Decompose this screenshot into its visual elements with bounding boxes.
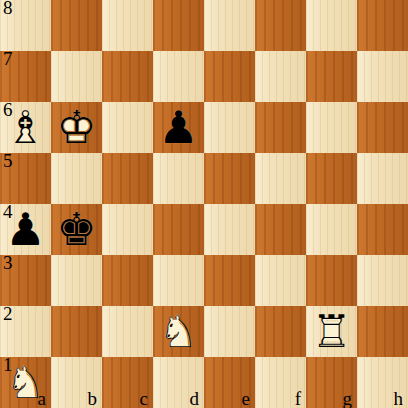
square-h3[interactable] (357, 255, 408, 306)
square-f5[interactable] (255, 153, 306, 204)
black-king-icon[interactable]: ♚ (51, 204, 102, 255)
square-b8[interactable] (51, 0, 102, 51)
black-pawn-icon[interactable]: ♟ (153, 102, 204, 153)
square-g5[interactable] (306, 153, 357, 204)
square-h1[interactable]: h (357, 357, 408, 408)
square-f3[interactable] (255, 255, 306, 306)
file-label-f: f (295, 388, 301, 408)
square-d6[interactable]: ♟ (153, 102, 204, 153)
square-h5[interactable] (357, 153, 408, 204)
square-f4[interactable] (255, 204, 306, 255)
file-label-h: h (394, 388, 404, 408)
file-label-e: e (242, 388, 250, 408)
square-a2[interactable]: 2 (0, 306, 51, 357)
piece-outline-glyph: ♗ (0, 102, 51, 153)
square-c3[interactable] (102, 255, 153, 306)
square-d8[interactable] (153, 0, 204, 51)
square-e6[interactable] (204, 102, 255, 153)
square-g1[interactable]: g (306, 357, 357, 408)
square-c2[interactable] (102, 306, 153, 357)
square-g3[interactable] (306, 255, 357, 306)
square-g4[interactable] (306, 204, 357, 255)
square-c8[interactable] (102, 0, 153, 51)
white-knight-icon[interactable]: ♞♘ (153, 306, 204, 357)
file-label-b: b (88, 388, 98, 408)
square-f1[interactable]: f (255, 357, 306, 408)
piece-glyph: ♚ (51, 204, 102, 255)
square-a3[interactable]: 3 (0, 255, 51, 306)
square-d1[interactable]: d (153, 357, 204, 408)
square-h2[interactable] (357, 306, 408, 357)
square-f6[interactable] (255, 102, 306, 153)
square-a5[interactable]: 5 (0, 153, 51, 204)
square-b5[interactable] (51, 153, 102, 204)
piece-outline-glyph: ♘ (153, 306, 204, 357)
square-b7[interactable] (51, 51, 102, 102)
square-e3[interactable] (204, 255, 255, 306)
square-b6[interactable]: ♚♔ (51, 102, 102, 153)
file-label-g: g (343, 388, 353, 408)
square-g6[interactable] (306, 102, 357, 153)
square-h8[interactable] (357, 0, 408, 51)
square-c6[interactable] (102, 102, 153, 153)
square-d2[interactable]: ♞♘ (153, 306, 204, 357)
square-a1[interactable]: 1a♞♘ (0, 357, 51, 408)
square-g7[interactable] (306, 51, 357, 102)
square-d5[interactable] (153, 153, 204, 204)
square-a8[interactable]: 8 (0, 0, 51, 51)
square-d4[interactable] (153, 204, 204, 255)
white-rook-icon[interactable]: ♜♖ (306, 306, 357, 357)
file-label-d: d (190, 388, 200, 408)
square-f7[interactable] (255, 51, 306, 102)
square-a7[interactable]: 7 (0, 51, 51, 102)
square-g8[interactable] (306, 0, 357, 51)
square-d3[interactable] (153, 255, 204, 306)
square-e7[interactable] (204, 51, 255, 102)
square-h4[interactable] (357, 204, 408, 255)
white-king-icon[interactable]: ♚♔ (51, 102, 102, 153)
piece-outline-glyph: ♔ (51, 102, 102, 153)
white-bishop-icon[interactable]: ♝♗ (0, 102, 51, 153)
rank-label-2: 2 (3, 303, 13, 325)
square-d7[interactable] (153, 51, 204, 102)
black-pawn-icon[interactable]: ♟ (0, 204, 51, 255)
rank-label-8: 8 (3, 0, 13, 19)
square-c7[interactable] (102, 51, 153, 102)
square-c5[interactable] (102, 153, 153, 204)
piece-outline-glyph: ♘ (0, 357, 51, 408)
square-b3[interactable] (51, 255, 102, 306)
square-f8[interactable] (255, 0, 306, 51)
white-knight-icon[interactable]: ♞♘ (0, 357, 51, 408)
square-g2[interactable]: ♜♖ (306, 306, 357, 357)
square-f2[interactable] (255, 306, 306, 357)
square-b1[interactable]: b (51, 357, 102, 408)
square-e1[interactable]: e (204, 357, 255, 408)
square-b2[interactable] (51, 306, 102, 357)
square-e2[interactable] (204, 306, 255, 357)
square-b4[interactable]: ♚ (51, 204, 102, 255)
square-c1[interactable]: c (102, 357, 153, 408)
square-a6[interactable]: 6♝♗ (0, 102, 51, 153)
square-a4[interactable]: 4♟ (0, 204, 51, 255)
square-e8[interactable] (204, 0, 255, 51)
piece-glyph: ♟ (153, 102, 204, 153)
square-e4[interactable] (204, 204, 255, 255)
square-c4[interactable] (102, 204, 153, 255)
square-h6[interactable] (357, 102, 408, 153)
square-h7[interactable] (357, 51, 408, 102)
piece-outline-glyph: ♖ (306, 306, 357, 357)
square-e5[interactable] (204, 153, 255, 204)
chess-board: 876♝♗♚♔♟54♟♚32♞♘♜♖1a♞♘bcdefgh (0, 0, 408, 408)
file-label-c: c (140, 388, 148, 408)
piece-glyph: ♟ (0, 204, 51, 255)
rank-label-7: 7 (3, 48, 13, 70)
